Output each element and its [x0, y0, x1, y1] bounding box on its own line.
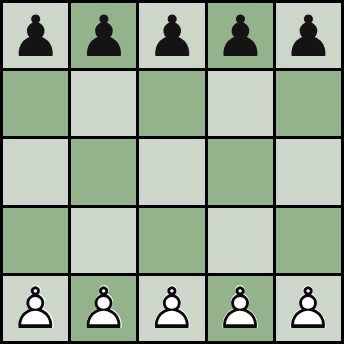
white-pawn-outline: ♙	[78, 280, 129, 337]
square-a5[interactable]: ♟	[3, 3, 68, 68]
square-d3[interactable]	[208, 139, 273, 204]
square-b5[interactable]: ♟	[71, 3, 136, 68]
black-pawn-glyph: ♟	[78, 7, 129, 64]
square-e3[interactable]	[276, 139, 341, 204]
square-e5[interactable]: ♟	[276, 3, 341, 68]
square-c2[interactable]	[139, 208, 204, 273]
white-pawn-outline: ♙	[146, 280, 197, 337]
white-pawn-outline: ♙	[215, 280, 266, 337]
square-e1[interactable]: ♟♙	[276, 276, 341, 341]
square-c4[interactable]	[139, 71, 204, 136]
square-a4[interactable]	[3, 71, 68, 136]
white-pawn-outline: ♙	[10, 280, 61, 337]
black-pawn-glyph: ♟	[146, 7, 197, 64]
black-pawn[interactable]: ♟	[208, 3, 273, 68]
white-pawn[interactable]: ♟♙	[3, 276, 68, 341]
white-pawn[interactable]: ♟♙	[276, 276, 341, 341]
square-b4[interactable]	[71, 71, 136, 136]
white-pawn[interactable]: ♟♙	[208, 276, 273, 341]
black-pawn[interactable]: ♟	[71, 3, 136, 68]
black-pawn[interactable]: ♟	[139, 3, 204, 68]
square-b2[interactable]	[71, 208, 136, 273]
black-pawn-glyph: ♟	[283, 7, 334, 64]
black-pawn[interactable]: ♟	[3, 3, 68, 68]
white-pawn[interactable]: ♟♙	[71, 276, 136, 341]
square-c5[interactable]: ♟	[139, 3, 204, 68]
black-pawn-glyph: ♟	[215, 7, 266, 64]
chess-board: ♟♟♟♟♟♟♙♟♙♟♙♟♙♟♙	[0, 0, 344, 344]
square-e4[interactable]	[276, 71, 341, 136]
square-c3[interactable]	[139, 139, 204, 204]
square-d5[interactable]: ♟	[208, 3, 273, 68]
square-a1[interactable]: ♟♙	[3, 276, 68, 341]
square-b1[interactable]: ♟♙	[71, 276, 136, 341]
square-e2[interactable]	[276, 208, 341, 273]
square-c1[interactable]: ♟♙	[139, 276, 204, 341]
black-pawn[interactable]: ♟	[276, 3, 341, 68]
square-b3[interactable]	[71, 139, 136, 204]
white-pawn-outline: ♙	[283, 280, 334, 337]
square-d4[interactable]	[208, 71, 273, 136]
square-d1[interactable]: ♟♙	[208, 276, 273, 341]
square-a3[interactable]	[3, 139, 68, 204]
square-d2[interactable]	[208, 208, 273, 273]
square-a2[interactable]	[3, 208, 68, 273]
black-pawn-glyph: ♟	[10, 7, 61, 64]
white-pawn[interactable]: ♟♙	[139, 276, 204, 341]
